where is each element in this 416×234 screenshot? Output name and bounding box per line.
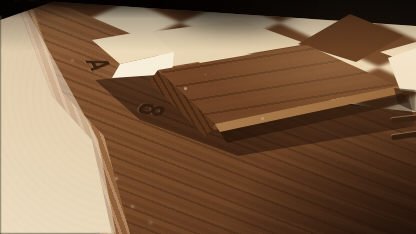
chess-board-photo: A 8 <box>0 0 416 234</box>
corner-vignette <box>0 0 416 234</box>
